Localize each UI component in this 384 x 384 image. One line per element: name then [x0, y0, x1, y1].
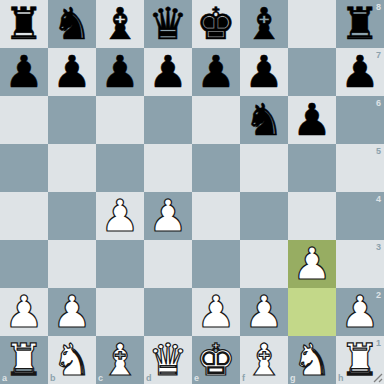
square-f2[interactable]: ♟	[240, 288, 288, 336]
black-queen[interactable]: ♛	[144, 0, 192, 48]
white-pawn[interactable]: ♟	[144, 192, 192, 240]
black-bishop[interactable]: ♝	[96, 0, 144, 48]
black-pawn[interactable]: ♟	[288, 96, 336, 144]
black-pawn[interactable]: ♟	[144, 48, 192, 96]
square-f3[interactable]	[240, 240, 288, 288]
square-e4[interactable]	[192, 192, 240, 240]
square-d6[interactable]	[144, 96, 192, 144]
white-pawn[interactable]: ♟	[96, 192, 144, 240]
square-d7[interactable]: ♟	[144, 48, 192, 96]
square-c7[interactable]: ♟	[96, 48, 144, 96]
square-h8[interactable]: ♜8	[336, 0, 384, 48]
black-bishop[interactable]: ♝	[240, 0, 288, 48]
black-pawn[interactable]: ♟	[48, 48, 96, 96]
square-h3[interactable]: 3	[336, 240, 384, 288]
square-c3[interactable]	[96, 240, 144, 288]
square-d2[interactable]	[144, 288, 192, 336]
square-h2[interactable]: ♟2	[336, 288, 384, 336]
square-c5[interactable]	[96, 144, 144, 192]
square-e5[interactable]	[192, 144, 240, 192]
square-g8[interactable]	[288, 0, 336, 48]
white-king[interactable]: ♚	[192, 336, 240, 384]
square-f6[interactable]: ♞	[240, 96, 288, 144]
square-f1[interactable]: ♝f	[240, 336, 288, 384]
square-e1[interactable]: ♚e	[192, 336, 240, 384]
white-bishop[interactable]: ♝	[240, 336, 288, 384]
rank-label-3: 3	[376, 242, 381, 252]
square-a3[interactable]	[0, 240, 48, 288]
square-c2[interactable]	[96, 288, 144, 336]
square-b8[interactable]: ♞	[48, 0, 96, 48]
black-pawn[interactable]: ♟	[0, 48, 48, 96]
square-b6[interactable]	[48, 96, 96, 144]
square-c8[interactable]: ♝	[96, 0, 144, 48]
rank-label-4: 4	[376, 194, 381, 204]
square-a2[interactable]: ♟	[0, 288, 48, 336]
square-a8[interactable]: ♜	[0, 0, 48, 48]
square-c1[interactable]: ♝c	[96, 336, 144, 384]
square-g5[interactable]	[288, 144, 336, 192]
square-f7[interactable]: ♟	[240, 48, 288, 96]
white-pawn[interactable]: ♟	[192, 288, 240, 336]
square-g4[interactable]	[288, 192, 336, 240]
square-e8[interactable]: ♚	[192, 0, 240, 48]
square-d4[interactable]: ♟	[144, 192, 192, 240]
square-b2[interactable]: ♟	[48, 288, 96, 336]
square-h4[interactable]: 4	[336, 192, 384, 240]
square-f8[interactable]: ♝	[240, 0, 288, 48]
square-b4[interactable]	[48, 192, 96, 240]
square-f5[interactable]	[240, 144, 288, 192]
white-rook[interactable]: ♜	[0, 336, 48, 384]
rank-label-6: 6	[376, 98, 381, 108]
square-a6[interactable]	[0, 96, 48, 144]
square-d1[interactable]: ♛d	[144, 336, 192, 384]
chess-board: ♜♞♝♛♚♝♜8♟♟♟♟♟♟♟7♞♟65♟♟4♟3♟♟♟♟♟2♜a♞b♝c♛d♚…	[0, 0, 384, 384]
rank-label-5: 5	[376, 146, 381, 156]
square-f4[interactable]	[240, 192, 288, 240]
square-h5[interactable]: 5	[336, 144, 384, 192]
square-h7[interactable]: ♟7	[336, 48, 384, 96]
white-pawn[interactable]: ♟	[288, 240, 336, 288]
square-e2[interactable]: ♟	[192, 288, 240, 336]
square-d5[interactable]	[144, 144, 192, 192]
white-pawn[interactable]: ♟	[336, 288, 384, 336]
white-pawn[interactable]: ♟	[240, 288, 288, 336]
square-g3[interactable]: ♟	[288, 240, 336, 288]
square-g1[interactable]: ♞g	[288, 336, 336, 384]
black-king[interactable]: ♚	[192, 0, 240, 48]
square-c6[interactable]	[96, 96, 144, 144]
square-b7[interactable]: ♟	[48, 48, 96, 96]
white-knight[interactable]: ♞	[48, 336, 96, 384]
black-pawn[interactable]: ♟	[192, 48, 240, 96]
black-rook[interactable]: ♜	[0, 0, 48, 48]
black-pawn[interactable]: ♟	[96, 48, 144, 96]
black-knight[interactable]: ♞	[48, 0, 96, 48]
square-a7[interactable]: ♟	[0, 48, 48, 96]
square-b3[interactable]	[48, 240, 96, 288]
white-queen[interactable]: ♛	[144, 336, 192, 384]
square-e6[interactable]	[192, 96, 240, 144]
white-knight[interactable]: ♞	[288, 336, 336, 384]
white-pawn[interactable]: ♟	[48, 288, 96, 336]
square-h6[interactable]: 6	[336, 96, 384, 144]
black-rook[interactable]: ♜	[336, 0, 384, 48]
square-g7[interactable]	[288, 48, 336, 96]
square-c4[interactable]: ♟	[96, 192, 144, 240]
white-bishop[interactable]: ♝	[96, 336, 144, 384]
square-e3[interactable]	[192, 240, 240, 288]
square-a1[interactable]: ♜a	[0, 336, 48, 384]
black-pawn[interactable]: ♟	[336, 48, 384, 96]
square-g6[interactable]: ♟	[288, 96, 336, 144]
square-b5[interactable]	[48, 144, 96, 192]
square-b1[interactable]: ♞b	[48, 336, 96, 384]
board-resize-handle-icon[interactable]	[371, 371, 383, 383]
square-d8[interactable]: ♛	[144, 0, 192, 48]
white-pawn[interactable]: ♟	[0, 288, 48, 336]
square-g2[interactable]	[288, 288, 336, 336]
square-a4[interactable]	[0, 192, 48, 240]
black-knight[interactable]: ♞	[240, 96, 288, 144]
square-e7[interactable]: ♟	[192, 48, 240, 96]
black-pawn[interactable]: ♟	[240, 48, 288, 96]
square-d3[interactable]	[144, 240, 192, 288]
square-a5[interactable]	[0, 144, 48, 192]
